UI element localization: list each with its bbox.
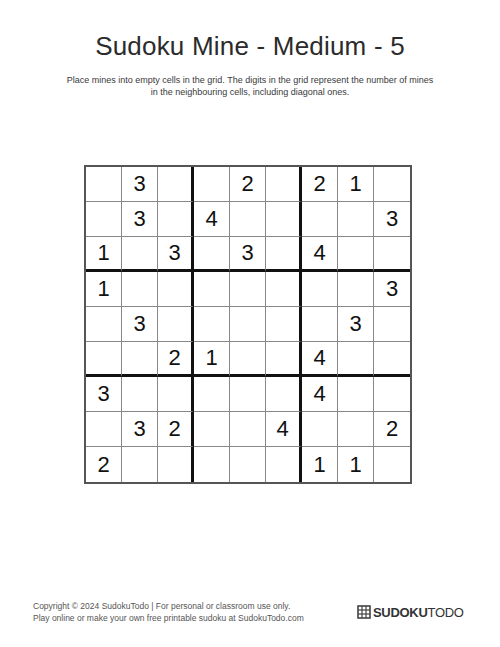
cell-r1c9[interactable] (374, 167, 410, 202)
cell-r2c7[interactable] (302, 202, 338, 237)
cell-r8c3: 2 (158, 412, 194, 447)
cell-r3c1: 1 (86, 237, 122, 272)
page-title: Sudoku Mine - Medium - 5 (0, 31, 500, 62)
grid-icon (357, 605, 371, 619)
cell-r7c3[interactable] (158, 377, 194, 412)
cell-r5c7[interactable] (302, 307, 338, 342)
cell-r1c4[interactable] (194, 167, 230, 202)
instructions: Place mines into empty cells in the grid… (0, 74, 500, 98)
cell-r2c6[interactable] (266, 202, 302, 237)
cell-r5c4[interactable] (194, 307, 230, 342)
cell-r9c5[interactable] (230, 447, 266, 482)
cell-r3c7: 4 (302, 237, 338, 272)
cell-r2c5[interactable] (230, 202, 266, 237)
copyright-line-1: Copyright © 2024 SudokuTodo | For person… (33, 601, 304, 613)
cell-r6c2[interactable] (122, 342, 158, 377)
cell-r4c4[interactable] (194, 272, 230, 307)
copyright-line-2: Play online or make your own free printa… (33, 613, 304, 625)
cell-r4c5[interactable] (230, 272, 266, 307)
cell-r8c4[interactable] (194, 412, 230, 447)
cell-r2c9: 3 (374, 202, 410, 237)
cell-r7c6[interactable] (266, 377, 302, 412)
cell-r2c4: 4 (194, 202, 230, 237)
cell-r3c4[interactable] (194, 237, 230, 272)
cell-r3c2[interactable] (122, 237, 158, 272)
cell-r1c6[interactable] (266, 167, 302, 202)
instructions-line-2: in the neighbouring cells, including dia… (0, 86, 500, 98)
cell-r9c4[interactable] (194, 447, 230, 482)
cell-r6c6[interactable] (266, 342, 302, 377)
cell-r3c5: 3 (230, 237, 266, 272)
cell-r8c2: 3 (122, 412, 158, 447)
cell-r1c1[interactable] (86, 167, 122, 202)
cell-r5c2: 3 (122, 307, 158, 342)
cell-r7c1: 3 (86, 377, 122, 412)
cell-r6c4: 1 (194, 342, 230, 377)
cell-r9c8: 1 (338, 447, 374, 482)
cell-r8c6: 4 (266, 412, 302, 447)
cell-r1c7: 2 (302, 167, 338, 202)
cell-r2c8[interactable] (338, 202, 374, 237)
cell-r2c1[interactable] (86, 202, 122, 237)
cell-r7c7: 4 (302, 377, 338, 412)
sudokutodo-logo: SUDOKU TODO (357, 604, 464, 620)
cell-r5c3[interactable] (158, 307, 194, 342)
logo-text-todo: TODO (428, 605, 464, 620)
cell-r6c7: 4 (302, 342, 338, 377)
cell-r3c8[interactable] (338, 237, 374, 272)
cell-r5c6[interactable] (266, 307, 302, 342)
cell-r9c7: 1 (302, 447, 338, 482)
cell-r4c1: 1 (86, 272, 122, 307)
cell-r1c5: 2 (230, 167, 266, 202)
cell-r8c9: 2 (374, 412, 410, 447)
cell-r4c6[interactable] (266, 272, 302, 307)
cell-r7c4[interactable] (194, 377, 230, 412)
footer-copyright: Copyright © 2024 SudokuTodo | For person… (33, 601, 304, 624)
cell-r5c9[interactable] (374, 307, 410, 342)
cell-r6c1[interactable] (86, 342, 122, 377)
cell-r4c9: 3 (374, 272, 410, 307)
cell-r3c9[interactable] (374, 237, 410, 272)
cell-r6c8[interactable] (338, 342, 374, 377)
cell-r5c5[interactable] (230, 307, 266, 342)
cell-r2c3[interactable] (158, 202, 194, 237)
cell-r4c2[interactable] (122, 272, 158, 307)
cell-r8c5[interactable] (230, 412, 266, 447)
cell-r9c3[interactable] (158, 447, 194, 482)
cell-r3c3: 3 (158, 237, 194, 272)
cell-r3c6[interactable] (266, 237, 302, 272)
cell-r8c1[interactable] (86, 412, 122, 447)
cell-r9c2[interactable] (122, 447, 158, 482)
cell-r8c8[interactable] (338, 412, 374, 447)
cell-r7c5[interactable] (230, 377, 266, 412)
cell-r5c8: 3 (338, 307, 374, 342)
cell-r4c3[interactable] (158, 272, 194, 307)
cell-r1c2: 3 (122, 167, 158, 202)
cell-r4c7[interactable] (302, 272, 338, 307)
cell-r8c7[interactable] (302, 412, 338, 447)
cell-r4c8[interactable] (338, 272, 374, 307)
logo-text-sudoku: SUDOKU (373, 605, 428, 620)
cell-r6c3: 2 (158, 342, 194, 377)
instructions-line-1: Place mines into empty cells in the grid… (0, 74, 500, 86)
cell-r6c5[interactable] (230, 342, 266, 377)
cell-r7c8[interactable] (338, 377, 374, 412)
cell-r1c3[interactable] (158, 167, 194, 202)
cell-r6c9[interactable] (374, 342, 410, 377)
cell-r7c9[interactable] (374, 377, 410, 412)
cell-r2c2: 3 (122, 202, 158, 237)
cell-r5c1[interactable] (86, 307, 122, 342)
cell-r7c2[interactable] (122, 377, 158, 412)
cell-r9c9[interactable] (374, 447, 410, 482)
cell-r9c1: 2 (86, 447, 122, 482)
cell-r1c8: 1 (338, 167, 374, 202)
cell-r9c6[interactable] (266, 447, 302, 482)
sudoku-grid: 322134313341333214343242211 (84, 165, 412, 484)
